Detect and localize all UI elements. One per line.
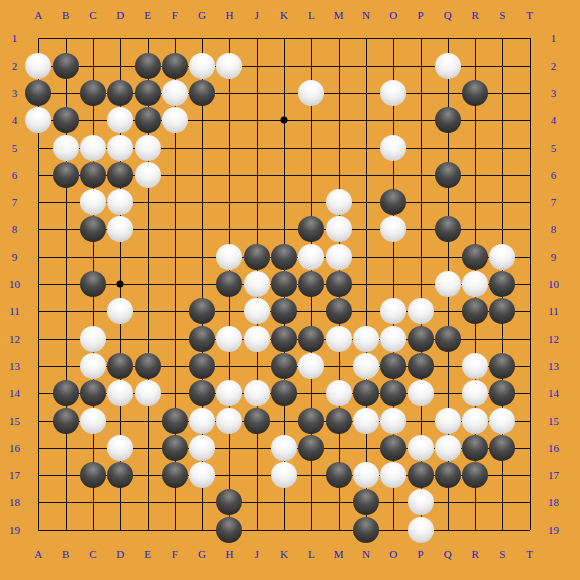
- star-point-dot: [117, 281, 124, 288]
- stone-white[interactable]: [216, 53, 242, 79]
- stone-black[interactable]: [380, 380, 406, 406]
- coord-label-letter-bottom: D: [116, 548, 124, 559]
- stone-white[interactable]: [326, 326, 352, 352]
- stone-white[interactable]: [189, 435, 215, 461]
- stone-black[interactable]: [216, 489, 242, 515]
- coord-label-number-left: 3: [12, 87, 18, 98]
- coord-label-number-right: 9: [551, 251, 557, 262]
- coord-label-number-left: 19: [9, 524, 20, 535]
- coord-label-letter-top: N: [362, 9, 370, 20]
- grid-line-vertical: [530, 38, 531, 529]
- coord-label-number-right: 6: [551, 169, 557, 180]
- stone-black[interactable]: [380, 353, 406, 379]
- stone-black[interactable]: [107, 80, 133, 106]
- stone-black[interactable]: [107, 162, 133, 188]
- coord-label-number-left: 11: [9, 306, 20, 317]
- stone-white[interactable]: [162, 107, 188, 133]
- stone-white[interactable]: [80, 408, 106, 434]
- stone-white[interactable]: [326, 216, 352, 242]
- coord-label-number-left: 8: [12, 224, 18, 235]
- stone-black[interactable]: [489, 353, 515, 379]
- coord-label-letter-top: F: [172, 9, 178, 20]
- stone-black[interactable]: [80, 380, 106, 406]
- stone-white[interactable]: [80, 353, 106, 379]
- stone-white[interactable]: [326, 380, 352, 406]
- stone-black[interactable]: [244, 408, 270, 434]
- stone-black[interactable]: [25, 80, 51, 106]
- coord-label-letter-top: E: [144, 9, 151, 20]
- stone-black[interactable]: [135, 107, 161, 133]
- stone-white[interactable]: [462, 353, 488, 379]
- coord-label-letter-bottom: P: [417, 548, 423, 559]
- stone-white[interactable]: [298, 353, 324, 379]
- stone-black[interactable]: [462, 435, 488, 461]
- stone-black[interactable]: [107, 462, 133, 488]
- stone-black[interactable]: [326, 408, 352, 434]
- stone-black[interactable]: [216, 517, 242, 543]
- stone-white[interactable]: [107, 435, 133, 461]
- stone-black[interactable]: [408, 353, 434, 379]
- coord-label-number-right: 15: [548, 415, 559, 426]
- stone-white[interactable]: [435, 53, 461, 79]
- stone-white[interactable]: [380, 326, 406, 352]
- coord-label-letter-bottom: K: [280, 548, 288, 559]
- coord-label-letter-bottom: H: [225, 548, 233, 559]
- stone-white[interactable]: [462, 380, 488, 406]
- stone-black[interactable]: [462, 298, 488, 324]
- coord-label-letter-top: C: [89, 9, 96, 20]
- stone-white[interactable]: [244, 380, 270, 406]
- stone-black[interactable]: [435, 216, 461, 242]
- stone-black[interactable]: [435, 107, 461, 133]
- stone-black[interactable]: [489, 435, 515, 461]
- coord-label-number-right: 14: [548, 388, 559, 399]
- go-board[interactable]: AA11BB22CC33DD44EE55FF66GG77HH88JJ99KK10…: [0, 0, 580, 580]
- coord-label-letter-bottom: F: [172, 548, 178, 559]
- stone-white[interactable]: [135, 135, 161, 161]
- grid-line-horizontal: [38, 530, 529, 531]
- stone-black[interactable]: [326, 462, 352, 488]
- stone-white[interactable]: [107, 380, 133, 406]
- stone-white[interactable]: [408, 517, 434, 543]
- stone-black[interactable]: [162, 408, 188, 434]
- coord-label-letter-top: H: [225, 9, 233, 20]
- coord-label-letter-top: A: [34, 9, 42, 20]
- stone-white[interactable]: [380, 80, 406, 106]
- stone-black[interactable]: [271, 380, 297, 406]
- coord-label-number-right: 7: [551, 197, 557, 208]
- coord-label-letter-top: Q: [444, 9, 452, 20]
- stone-white[interactable]: [216, 408, 242, 434]
- stone-white[interactable]: [380, 462, 406, 488]
- coord-label-number-right: 16: [548, 442, 559, 453]
- coord-label-letter-top: D: [116, 9, 124, 20]
- stone-white[interactable]: [25, 53, 51, 79]
- stone-white[interactable]: [189, 462, 215, 488]
- coord-label-letter-top: L: [308, 9, 315, 20]
- stone-white[interactable]: [271, 462, 297, 488]
- stone-white[interactable]: [244, 271, 270, 297]
- stone-black[interactable]: [244, 244, 270, 270]
- coord-label-letter-bottom: N: [362, 548, 370, 559]
- stone-black[interactable]: [298, 216, 324, 242]
- coord-label-number-right: 13: [548, 360, 559, 371]
- coord-label-number-right: 4: [551, 115, 557, 126]
- stone-white[interactable]: [216, 244, 242, 270]
- grid-line-vertical: [366, 38, 367, 529]
- stone-black[interactable]: [271, 298, 297, 324]
- stone-black[interactable]: [162, 53, 188, 79]
- stone-white[interactable]: [244, 298, 270, 324]
- stone-black[interactable]: [80, 462, 106, 488]
- coord-label-letter-bottom: O: [389, 548, 397, 559]
- stone-black[interactable]: [380, 189, 406, 215]
- stone-black[interactable]: [53, 162, 79, 188]
- grid-line-horizontal: [38, 502, 529, 503]
- coord-label-number-right: 12: [548, 333, 559, 344]
- stone-black[interactable]: [135, 80, 161, 106]
- coord-label-letter-top: B: [62, 9, 69, 20]
- coord-label-letter-bottom: S: [499, 548, 505, 559]
- coord-label-letter-top: T: [526, 9, 533, 20]
- stone-black[interactable]: [189, 353, 215, 379]
- stone-black[interactable]: [489, 298, 515, 324]
- stone-white[interactable]: [353, 408, 379, 434]
- stone-white[interactable]: [380, 408, 406, 434]
- coord-label-letter-bottom: E: [144, 548, 151, 559]
- stone-black[interactable]: [462, 80, 488, 106]
- coord-label-letter-bottom: C: [89, 548, 96, 559]
- stone-black[interactable]: [326, 271, 352, 297]
- coord-label-number-left: 13: [9, 360, 20, 371]
- stone-white[interactable]: [489, 408, 515, 434]
- stone-black[interactable]: [408, 326, 434, 352]
- coord-label-letter-top: M: [334, 9, 344, 20]
- stone-black[interactable]: [135, 353, 161, 379]
- coord-label-number-left: 12: [9, 333, 20, 344]
- coord-label-number-right: 19: [548, 524, 559, 535]
- stone-white[interactable]: [25, 107, 51, 133]
- stone-black[interactable]: [189, 380, 215, 406]
- coord-label-number-left: 18: [9, 497, 20, 508]
- stone-white[interactable]: [408, 380, 434, 406]
- coord-label-number-left: 15: [9, 415, 20, 426]
- stone-white[interactable]: [353, 353, 379, 379]
- stone-white[interactable]: [189, 408, 215, 434]
- coord-label-number-left: 7: [12, 197, 18, 208]
- stone-black[interactable]: [380, 435, 406, 461]
- stone-black[interactable]: [80, 216, 106, 242]
- coord-label-letter-top: P: [417, 9, 423, 20]
- coord-label-number-right: 2: [551, 60, 557, 71]
- stone-black[interactable]: [271, 244, 297, 270]
- coord-label-letter-top: J: [255, 9, 259, 20]
- stone-white[interactable]: [107, 189, 133, 215]
- stone-white[interactable]: [435, 271, 461, 297]
- coord-label-number-left: 16: [9, 442, 20, 453]
- stone-black[interactable]: [162, 462, 188, 488]
- stone-black[interactable]: [189, 326, 215, 352]
- coord-label-number-right: 17: [548, 470, 559, 481]
- stone-white[interactable]: [353, 326, 379, 352]
- coord-label-number-right: 5: [551, 142, 557, 153]
- stone-black[interactable]: [80, 80, 106, 106]
- stone-black[interactable]: [326, 298, 352, 324]
- coord-label-letter-top: R: [471, 9, 478, 20]
- stone-black[interactable]: [462, 462, 488, 488]
- stone-white[interactable]: [408, 489, 434, 515]
- coord-label-number-left: 1: [12, 33, 18, 44]
- coord-label-letter-bottom: G: [198, 548, 206, 559]
- stone-black[interactable]: [53, 107, 79, 133]
- coord-label-letter-bottom: A: [34, 548, 42, 559]
- star-point-dot: [281, 117, 288, 124]
- coord-label-number-left: 2: [12, 60, 18, 71]
- coord-label-number-left: 4: [12, 115, 18, 126]
- stone-black[interactable]: [353, 489, 379, 515]
- stone-black[interactable]: [489, 380, 515, 406]
- stone-white[interactable]: [380, 298, 406, 324]
- coord-label-number-left: 5: [12, 142, 18, 153]
- coord-label-letter-bottom: M: [334, 548, 344, 559]
- coord-label-number-right: 11: [548, 306, 559, 317]
- stone-white[interactable]: [380, 216, 406, 242]
- coord-label-letter-top: G: [198, 9, 206, 20]
- coord-label-letter-bottom: J: [255, 548, 259, 559]
- stone-white[interactable]: [462, 271, 488, 297]
- stone-black[interactable]: [216, 271, 242, 297]
- coord-label-letter-bottom: R: [471, 548, 478, 559]
- stone-black[interactable]: [298, 408, 324, 434]
- coord-label-number-left: 9: [12, 251, 18, 262]
- stone-black[interactable]: [462, 244, 488, 270]
- stone-white[interactable]: [435, 408, 461, 434]
- stone-black[interactable]: [271, 353, 297, 379]
- coord-label-letter-bottom: T: [526, 548, 533, 559]
- stone-white[interactable]: [107, 135, 133, 161]
- stone-black[interactable]: [435, 162, 461, 188]
- stone-white[interactable]: [107, 107, 133, 133]
- stone-white[interactable]: [435, 435, 461, 461]
- stone-white[interactable]: [189, 53, 215, 79]
- coord-label-number-right: 3: [551, 87, 557, 98]
- stone-white[interactable]: [107, 298, 133, 324]
- stone-white[interactable]: [326, 189, 352, 215]
- coord-label-letter-top: K: [280, 9, 288, 20]
- stone-black[interactable]: [353, 517, 379, 543]
- stone-white[interactable]: [244, 326, 270, 352]
- stone-white[interactable]: [216, 380, 242, 406]
- coord-label-number-right: 10: [548, 279, 559, 290]
- coord-label-letter-top: S: [499, 9, 505, 20]
- coord-label-number-left: 10: [9, 279, 20, 290]
- stone-black[interactable]: [80, 162, 106, 188]
- stone-white[interactable]: [271, 435, 297, 461]
- coord-label-number-left: 14: [9, 388, 20, 399]
- coord-label-number-right: 8: [551, 224, 557, 235]
- coord-label-letter-top: O: [389, 9, 397, 20]
- stone-black[interactable]: [489, 271, 515, 297]
- stone-white[interactable]: [462, 408, 488, 434]
- coord-label-letter-bottom: L: [308, 548, 315, 559]
- stone-black[interactable]: [435, 326, 461, 352]
- stone-white[interactable]: [162, 80, 188, 106]
- stone-black[interactable]: [435, 462, 461, 488]
- stone-white[interactable]: [298, 80, 324, 106]
- stone-black[interactable]: [298, 271, 324, 297]
- stone-black[interactable]: [53, 380, 79, 406]
- stone-white[interactable]: [135, 162, 161, 188]
- stone-black[interactable]: [80, 271, 106, 297]
- stone-white[interactable]: [408, 298, 434, 324]
- stone-black[interactable]: [162, 435, 188, 461]
- stone-white[interactable]: [53, 135, 79, 161]
- stone-white[interactable]: [80, 326, 106, 352]
- stone-black[interactable]: [53, 408, 79, 434]
- stone-black[interactable]: [298, 326, 324, 352]
- stone-black[interactable]: [189, 298, 215, 324]
- stone-white[interactable]: [80, 189, 106, 215]
- stone-white[interactable]: [380, 135, 406, 161]
- stone-black[interactable]: [408, 462, 434, 488]
- stone-black[interactable]: [135, 53, 161, 79]
- stone-white[interactable]: [107, 216, 133, 242]
- stone-black[interactable]: [189, 80, 215, 106]
- stone-black[interactable]: [107, 353, 133, 379]
- stone-white[interactable]: [216, 326, 242, 352]
- coord-label-letter-bottom: Q: [444, 548, 452, 559]
- stone-white[interactable]: [408, 435, 434, 461]
- coord-label-number-left: 6: [12, 169, 18, 180]
- coord-label-number-right: 18: [548, 497, 559, 508]
- coord-label-number-left: 17: [9, 470, 20, 481]
- stone-black[interactable]: [271, 271, 297, 297]
- stone-white[interactable]: [326, 244, 352, 270]
- stone-black[interactable]: [298, 435, 324, 461]
- stone-white[interactable]: [135, 380, 161, 406]
- stone-white[interactable]: [353, 462, 379, 488]
- coord-label-letter-bottom: B: [62, 548, 69, 559]
- stone-white[interactable]: [489, 244, 515, 270]
- stone-black[interactable]: [271, 326, 297, 352]
- stone-black[interactable]: [353, 380, 379, 406]
- stone-black[interactable]: [53, 53, 79, 79]
- stone-white[interactable]: [298, 244, 324, 270]
- stone-white[interactable]: [80, 135, 106, 161]
- coord-label-number-right: 1: [551, 33, 557, 44]
